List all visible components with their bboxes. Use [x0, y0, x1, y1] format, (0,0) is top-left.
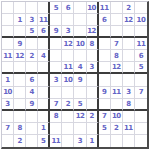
cell-r2-c4[interactable]: 11	[38, 14, 50, 26]
cell-r7-c7[interactable]: 9	[74, 74, 86, 86]
cell-r6-c3[interactable]	[26, 62, 38, 74]
cell-r2-c6[interactable]	[62, 14, 74, 26]
cell-r11-c12[interactable]	[135, 123, 147, 135]
cell-r1-c7[interactable]	[74, 2, 86, 14]
cell-r6-c10[interactable]: 12	[111, 62, 123, 74]
cell-r2-c11[interactable]: 12	[123, 14, 135, 26]
cell-r4-c11[interactable]	[123, 38, 135, 50]
cell-r12-c5[interactable]: 11	[50, 135, 62, 147]
cell-r11-c1[interactable]: 7	[2, 123, 14, 135]
cell-r2-c7[interactable]	[74, 14, 86, 26]
cell-r2-c5[interactable]	[50, 14, 62, 26]
cell-r4-c7[interactable]: 10	[74, 38, 86, 50]
cell-r12-c12[interactable]	[135, 135, 147, 147]
cell-r10-c5[interactable]: 8	[50, 111, 62, 123]
cell-r2-c8[interactable]	[87, 14, 99, 26]
cell-r10-c2[interactable]	[14, 111, 26, 123]
cell-r5-c8[interactable]	[87, 50, 99, 62]
cell-r8-c7[interactable]	[74, 87, 86, 99]
cell-r4-c1[interactable]	[2, 38, 14, 50]
cell-r5-c12[interactable]: 6	[135, 50, 147, 62]
cell-r2-c9[interactable]: 6	[99, 14, 111, 26]
cell-r8-c10[interactable]: 11	[111, 87, 123, 99]
cell-r9-c6[interactable]: 2	[62, 99, 74, 111]
cell-r7-c9[interactable]	[99, 74, 111, 86]
cell-r9-c12[interactable]	[135, 99, 147, 111]
cell-r11-c8[interactable]	[87, 123, 99, 135]
cell-r6-c8[interactable]: 3	[87, 62, 99, 74]
cell-r10-c9[interactable]: 7	[99, 111, 111, 123]
cell-r10-c11[interactable]	[123, 111, 135, 123]
cell-r11-c9[interactable]: 5	[99, 123, 111, 135]
cell-r2-c2[interactable]: 1	[14, 14, 26, 26]
cell-r9-c3[interactable]: 9	[26, 99, 38, 111]
cell-r4-c5[interactable]	[50, 38, 62, 50]
cell-r7-c1[interactable]: 1	[2, 74, 14, 86]
cell-r11-c10[interactable]: 2	[111, 123, 123, 135]
cell-r12-c10[interactable]	[111, 135, 123, 147]
cell-r6-c5[interactable]	[50, 62, 62, 74]
cell-r4-c2[interactable]: 9	[14, 38, 26, 50]
cell-r9-c11[interactable]: 8	[123, 99, 135, 111]
cell-r2-c10[interactable]	[111, 14, 123, 26]
cell-r4-c10[interactable]: 7	[111, 38, 123, 50]
cell-r1-c5[interactable]: 5	[50, 2, 62, 14]
cell-r8-c5[interactable]	[50, 87, 62, 99]
cell-r5-c1[interactable]: 11	[2, 50, 14, 62]
cell-r7-c6[interactable]: 10	[62, 74, 74, 86]
cell-r5-c6[interactable]	[62, 50, 74, 62]
sudoku-puzzle: 5610112131161210569312912108711111224861…	[0, 0, 150, 150]
cell-r5-c10[interactable]: 8	[111, 50, 123, 62]
cell-r7-c4[interactable]	[38, 74, 50, 86]
cell-r8-c1[interactable]: 10	[2, 87, 14, 99]
cell-r10-c1[interactable]	[2, 111, 14, 123]
cell-r3-c3[interactable]: 5	[26, 26, 38, 38]
cell-r12-c11[interactable]	[123, 135, 135, 147]
cell-r4-c12[interactable]: 11	[135, 38, 147, 50]
cell-r7-c12[interactable]	[135, 74, 147, 86]
cell-r12-c6[interactable]	[62, 135, 74, 147]
cell-r11-c6[interactable]	[62, 123, 74, 135]
cell-r6-c2[interactable]	[14, 62, 26, 74]
cell-r3-c2[interactable]	[14, 26, 26, 38]
cell-r4-c8[interactable]: 8	[87, 38, 99, 50]
cell-r4-c9[interactable]	[99, 38, 111, 50]
cell-r8-c4[interactable]	[38, 87, 50, 99]
cell-r5-c7[interactable]	[74, 50, 86, 62]
cell-r6-c9[interactable]	[99, 62, 111, 74]
cell-r7-c2[interactable]	[14, 74, 26, 86]
cell-r9-c8[interactable]	[87, 99, 99, 111]
cell-r10-c10[interactable]: 10	[111, 111, 123, 123]
cell-r8-c6[interactable]	[62, 87, 74, 99]
cell-r1-c12[interactable]	[135, 2, 147, 14]
cell-r12-c3[interactable]	[26, 135, 38, 147]
cell-r3-c1[interactable]	[2, 26, 14, 38]
cell-r8-c12[interactable]: 7	[135, 87, 147, 99]
cell-r12-c2[interactable]: 2	[14, 135, 26, 147]
cell-r10-c3[interactable]	[26, 111, 38, 123]
cell-r10-c12[interactable]	[135, 111, 147, 123]
cell-r11-c4[interactable]: 1	[38, 123, 50, 135]
cell-r7-c3[interactable]: 6	[26, 74, 38, 86]
cell-r4-c6[interactable]: 12	[62, 38, 74, 50]
cell-r6-c4[interactable]	[38, 62, 50, 74]
cell-r11-c3[interactable]	[26, 123, 38, 135]
cell-r6-c12[interactable]: 5	[135, 62, 147, 74]
cell-r3-c8[interactable]: 12	[87, 26, 99, 38]
cell-r1-c4[interactable]	[38, 2, 50, 14]
cell-r12-c4[interactable]: 5	[38, 135, 50, 147]
cell-r11-c2[interactable]: 8	[14, 123, 26, 135]
cell-r3-c6[interactable]: 3	[62, 26, 74, 38]
cell-r6-c1[interactable]	[2, 62, 14, 74]
cell-r2-c12[interactable]: 10	[135, 14, 147, 26]
cell-r8-c3[interactable]: 4	[26, 87, 38, 99]
cell-r6-c11[interactable]	[123, 62, 135, 74]
sudoku-board: 5610112131161210569312912108711111224861…	[1, 1, 149, 149]
cell-r1-c3[interactable]	[26, 2, 38, 14]
cell-r3-c10[interactable]	[111, 26, 123, 38]
cell-r8-c8[interactable]	[87, 87, 99, 99]
cell-r3-c12[interactable]	[135, 26, 147, 38]
cell-r10-c8[interactable]: 2	[87, 111, 99, 123]
cell-r12-c9[interactable]	[99, 135, 111, 147]
cell-r1-c2[interactable]	[14, 2, 26, 14]
cell-r5-c9[interactable]	[99, 50, 111, 62]
cell-r5-c3[interactable]: 2	[26, 50, 38, 62]
cell-r9-c7[interactable]: 5	[74, 99, 86, 111]
cell-r7-c11[interactable]	[123, 74, 135, 86]
cell-r5-c2[interactable]: 12	[14, 50, 26, 62]
cell-r9-c9[interactable]	[99, 99, 111, 111]
cell-r1-c8[interactable]: 10	[87, 2, 99, 14]
cell-r12-c1[interactable]	[2, 135, 14, 147]
cell-r9-c5[interactable]: 7	[50, 99, 62, 111]
cell-r11-c11[interactable]: 11	[123, 123, 135, 135]
cell-r11-c5[interactable]	[50, 123, 62, 135]
cell-r1-c9[interactable]: 11	[99, 2, 111, 14]
cell-r3-c5[interactable]: 9	[50, 26, 62, 38]
cell-r10-c7[interactable]: 12	[74, 111, 86, 123]
cell-r12-c8[interactable]: 1	[87, 135, 99, 147]
cell-r3-c7[interactable]	[74, 26, 86, 38]
cell-r8-c9[interactable]: 9	[99, 87, 111, 99]
cell-r4-c4[interactable]	[38, 38, 50, 50]
cell-r1-c1[interactable]	[2, 2, 14, 14]
cell-r5-c11[interactable]	[123, 50, 135, 62]
cell-r5-c4[interactable]: 4	[38, 50, 50, 62]
cell-r2-c3[interactable]: 3	[26, 14, 38, 26]
cell-r3-c4[interactable]: 6	[38, 26, 50, 38]
cell-r8-c11[interactable]: 3	[123, 87, 135, 99]
cell-r1-c11[interactable]: 2	[123, 2, 135, 14]
cell-r10-c6[interactable]	[62, 111, 74, 123]
cell-r4-c3[interactable]	[26, 38, 38, 50]
cell-r5-c5[interactable]	[50, 50, 62, 62]
cell-r3-c11[interactable]	[123, 26, 135, 38]
cell-r7-c5[interactable]: 3	[50, 74, 62, 86]
cell-r7-c8[interactable]	[87, 74, 99, 86]
cell-r11-c7[interactable]	[74, 123, 86, 135]
cell-r6-c6[interactable]: 11	[62, 62, 74, 74]
cell-r8-c2[interactable]	[14, 87, 26, 99]
cell-r9-c10[interactable]	[111, 99, 123, 111]
cell-r1-c6[interactable]: 6	[62, 2, 74, 14]
cell-r7-c10[interactable]	[111, 74, 123, 86]
cell-r6-c7[interactable]: 4	[74, 62, 86, 74]
cell-r9-c1[interactable]: 3	[2, 99, 14, 111]
cell-r3-c9[interactable]	[99, 26, 111, 38]
cell-r9-c2[interactable]	[14, 99, 26, 111]
cell-r1-c10[interactable]	[111, 2, 123, 14]
cell-r10-c4[interactable]	[38, 111, 50, 123]
cell-r9-c4[interactable]	[38, 99, 50, 111]
cell-r2-c1[interactable]	[2, 14, 14, 26]
cell-r12-c7[interactable]: 3	[74, 135, 86, 147]
